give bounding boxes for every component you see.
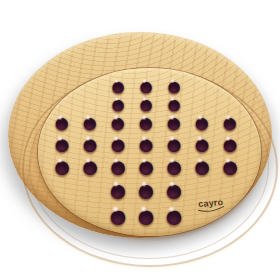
hole-r2c5: ● xyxy=(160,96,188,112)
hole-r5c2: ● xyxy=(76,154,104,178)
hole-r7c1 xyxy=(48,202,76,228)
marble-glyph: ● xyxy=(81,151,100,182)
hole-r1c4: ● xyxy=(132,76,160,96)
marble-glyph: ● xyxy=(221,151,240,182)
marble-glyph: ● xyxy=(53,151,72,182)
marble-r5c7[interactable]: ● xyxy=(219,155,241,177)
hole-r1c6 xyxy=(188,76,216,96)
hole-r2c4: ● xyxy=(132,96,160,112)
marble-r7c5[interactable]: ● xyxy=(162,203,186,227)
hole-r1c2 xyxy=(76,76,104,96)
marble-r5c1[interactable]: ● xyxy=(51,155,73,177)
hole-r1c1 xyxy=(48,76,76,96)
marble-glyph: ● xyxy=(193,151,212,182)
hole-r7c4: ● xyxy=(132,202,160,228)
marble-r5c6[interactable]: ● xyxy=(191,155,213,177)
hole-r1c5: ● xyxy=(160,76,188,96)
hole-r5c6: ● xyxy=(188,154,216,178)
product-photo-scene: ●●●●●●●●●●●●●●●●●●●●●●●●●●●●●●●●● cayro xyxy=(0,0,280,280)
hole-r7c2 xyxy=(76,202,104,228)
hole-r7c5: ● xyxy=(160,202,188,228)
hole-r5c1: ● xyxy=(48,154,76,178)
hole-r2c3: ● xyxy=(104,96,132,112)
hole-r1c3: ● xyxy=(104,76,132,96)
marble-r7c3[interactable]: ● xyxy=(106,203,130,227)
hole-r7c3: ● xyxy=(104,202,132,228)
hole-r5c7: ● xyxy=(216,154,244,178)
marble-r5c2[interactable]: ● xyxy=(79,155,101,177)
brand-logo: cayro xyxy=(193,197,228,216)
marble-glyph: ● xyxy=(136,199,156,232)
marble-r7c4[interactable]: ● xyxy=(134,203,158,227)
hole-r1c7 xyxy=(216,76,244,96)
marble-glyph: ● xyxy=(164,199,184,232)
solitaire-board: ●●●●●●●●●●●●●●●●●●●●●●●●●●●●●●●●● cayro xyxy=(8,32,272,238)
marble-glyph: ● xyxy=(108,199,128,232)
